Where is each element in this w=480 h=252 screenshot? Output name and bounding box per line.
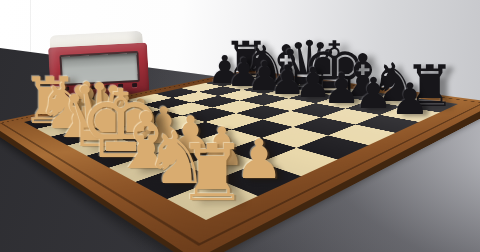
scene: ♜♞♝♛♚♝♞♜♟♟♟♟♟♟♟♟♟♟♟♟♟♟♟♟♜♞♝♛♚♝♞♜ xyxy=(0,0,480,252)
piece-white-rook-h1[interactable]: ♜ xyxy=(173,134,251,212)
pieces-layer: ♜♞♝♛♚♝♞♜♟♟♟♟♟♟♟♟♟♟♟♟♟♟♟♟♜♞♝♛♚♝♞♜ xyxy=(0,0,480,252)
piece-black-pawn-h7[interactable]: ♟ xyxy=(388,78,432,122)
